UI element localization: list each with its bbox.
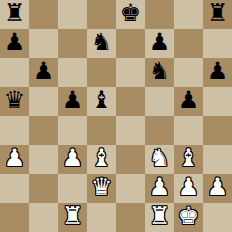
square-c5[interactable]: ♟ xyxy=(58,87,87,116)
square-c4[interactable] xyxy=(58,116,87,145)
piece-black-pawn-b6[interactable]: ♟ xyxy=(33,58,55,86)
piece-black-bishop-d5[interactable]: ♝ xyxy=(91,87,113,115)
piece-black-pawn-f7[interactable]: ♟ xyxy=(149,29,171,57)
square-a7[interactable]: ♟ xyxy=(0,29,29,58)
piece-white-rook-f1[interactable]: ♜ xyxy=(149,203,171,231)
square-g4[interactable] xyxy=(174,116,203,145)
square-e7[interactable] xyxy=(116,29,145,58)
square-h7[interactable] xyxy=(203,29,232,58)
piece-white-pawn-c3[interactable]: ♟ xyxy=(62,145,84,173)
piece-black-pawn-h6[interactable]: ♟ xyxy=(207,58,229,86)
piece-white-pawn-f2[interactable]: ♟ xyxy=(149,174,171,202)
square-g5[interactable]: ♟ xyxy=(174,87,203,116)
square-g8[interactable] xyxy=(174,0,203,29)
square-h8[interactable]: ♜ xyxy=(203,0,232,29)
square-f4[interactable] xyxy=(145,116,174,145)
square-b4[interactable] xyxy=(29,116,58,145)
square-c8[interactable] xyxy=(58,0,87,29)
square-b2[interactable] xyxy=(29,174,58,203)
square-f5[interactable] xyxy=(145,87,174,116)
square-h4[interactable] xyxy=(203,116,232,145)
square-b1[interactable] xyxy=(29,203,58,232)
square-h2[interactable]: ♟ xyxy=(203,174,232,203)
square-d2[interactable]: ♛ xyxy=(87,174,116,203)
square-d6[interactable] xyxy=(87,58,116,87)
square-f2[interactable]: ♟ xyxy=(145,174,174,203)
piece-black-knight-d7[interactable]: ♞ xyxy=(91,29,113,57)
square-c7[interactable] xyxy=(58,29,87,58)
square-a3[interactable]: ♟ xyxy=(0,145,29,174)
piece-black-pawn-a7[interactable]: ♟ xyxy=(4,29,26,57)
square-c1[interactable]: ♜ xyxy=(58,203,87,232)
square-g1[interactable]: ♚ xyxy=(174,203,203,232)
piece-white-bishop-g3[interactable]: ♝ xyxy=(178,145,200,173)
square-d8[interactable] xyxy=(87,0,116,29)
piece-black-rook-a8[interactable]: ♜ xyxy=(4,0,26,28)
square-h6[interactable]: ♟ xyxy=(203,58,232,87)
square-d7[interactable]: ♞ xyxy=(87,29,116,58)
square-b5[interactable] xyxy=(29,87,58,116)
square-f3[interactable]: ♞ xyxy=(145,145,174,174)
square-d5[interactable]: ♝ xyxy=(87,87,116,116)
square-e3[interactable] xyxy=(116,145,145,174)
piece-black-pawn-c5[interactable]: ♟ xyxy=(62,87,84,115)
square-e5[interactable] xyxy=(116,87,145,116)
square-f8[interactable] xyxy=(145,0,174,29)
piece-black-pawn-g5[interactable]: ♟ xyxy=(178,87,200,115)
square-a8[interactable]: ♜ xyxy=(0,0,29,29)
square-c3[interactable]: ♟ xyxy=(58,145,87,174)
square-f1[interactable]: ♜ xyxy=(145,203,174,232)
square-a6[interactable] xyxy=(0,58,29,87)
piece-black-queen-a5[interactable]: ♛ xyxy=(4,87,26,115)
piece-white-bishop-d3[interactable]: ♝ xyxy=(91,145,113,173)
square-g7[interactable] xyxy=(174,29,203,58)
piece-black-king-e8[interactable]: ♚ xyxy=(120,0,142,28)
piece-white-knight-f3[interactable]: ♞ xyxy=(149,145,171,173)
chess-board: ♜♚♜♟♞♟♟♞♟♛♟♝♟♟♟♝♞♝♛♟♟♟♜♜♚ xyxy=(0,0,232,232)
square-h1[interactable] xyxy=(203,203,232,232)
square-b7[interactable] xyxy=(29,29,58,58)
square-g3[interactable]: ♝ xyxy=(174,145,203,174)
piece-white-pawn-g2[interactable]: ♟ xyxy=(178,174,200,202)
square-d4[interactable] xyxy=(87,116,116,145)
square-e2[interactable] xyxy=(116,174,145,203)
square-f7[interactable]: ♟ xyxy=(145,29,174,58)
piece-white-pawn-h2[interactable]: ♟ xyxy=(207,174,229,202)
square-c2[interactable] xyxy=(58,174,87,203)
square-c6[interactable] xyxy=(58,58,87,87)
square-a4[interactable] xyxy=(0,116,29,145)
square-h5[interactable] xyxy=(203,87,232,116)
square-g6[interactable] xyxy=(174,58,203,87)
piece-white-king-g1[interactable]: ♚ xyxy=(178,203,200,231)
piece-black-knight-f6[interactable]: ♞ xyxy=(149,58,171,86)
square-a2[interactable] xyxy=(0,174,29,203)
square-a1[interactable] xyxy=(0,203,29,232)
piece-white-queen-d2[interactable]: ♛ xyxy=(91,174,113,202)
square-h3[interactable] xyxy=(203,145,232,174)
square-b8[interactable] xyxy=(29,0,58,29)
square-b6[interactable]: ♟ xyxy=(29,58,58,87)
square-d1[interactable] xyxy=(87,203,116,232)
square-g2[interactable]: ♟ xyxy=(174,174,203,203)
piece-white-pawn-a3[interactable]: ♟ xyxy=(4,145,26,173)
square-f6[interactable]: ♞ xyxy=(145,58,174,87)
square-d3[interactable]: ♝ xyxy=(87,145,116,174)
piece-black-rook-h8[interactable]: ♜ xyxy=(207,0,229,28)
piece-white-rook-c1[interactable]: ♜ xyxy=(62,203,84,231)
square-e8[interactable]: ♚ xyxy=(116,0,145,29)
square-e1[interactable] xyxy=(116,203,145,232)
square-a5[interactable]: ♛ xyxy=(0,87,29,116)
square-e6[interactable] xyxy=(116,58,145,87)
square-b3[interactable] xyxy=(29,145,58,174)
square-e4[interactable] xyxy=(116,116,145,145)
